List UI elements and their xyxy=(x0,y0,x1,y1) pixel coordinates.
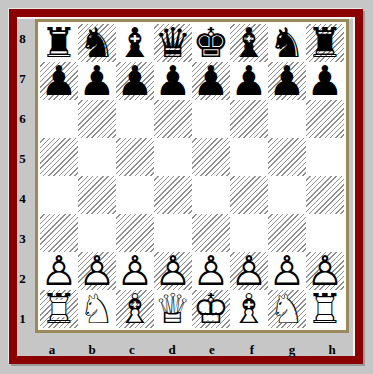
square-f4[interactable] xyxy=(230,176,268,214)
rank-labels: 87654321 xyxy=(13,19,32,339)
square-a6[interactable] xyxy=(40,100,78,138)
file-label-d: d xyxy=(152,341,192,359)
file-label-h: h xyxy=(312,341,352,359)
piece-black-pawn[interactable]: ♟ xyxy=(117,62,154,100)
file-label-g: g xyxy=(272,341,312,359)
square-f7[interactable]: ♟ xyxy=(230,62,268,100)
rank-label-7: 7 xyxy=(13,59,32,99)
square-f6[interactable] xyxy=(230,100,268,138)
square-e1[interactable]: ♚♔ xyxy=(192,290,230,328)
square-a1[interactable]: ♜♖ xyxy=(40,290,78,328)
piece-white-outline: ♕ xyxy=(155,285,192,333)
square-h7[interactable]: ♟ xyxy=(306,62,344,100)
piece-black-pawn[interactable]: ♟ xyxy=(231,62,268,100)
board-border: ♜♞♝♛♚♝♞♜♟♟♟♟♟♟♟♟♟♙♟♙♟♙♟♙♟♙♟♙♟♙♟♙♜♖♞♘♝♗♛♕… xyxy=(35,19,349,333)
piece-white-queen[interactable]: ♛♕ xyxy=(155,290,192,328)
chess-board[interactable]: ♜♞♝♛♚♝♞♜♟♟♟♟♟♟♟♟♟♙♟♙♟♙♟♙♟♙♟♙♟♙♟♙♜♖♞♘♝♗♛♕… xyxy=(40,24,344,328)
square-g5[interactable] xyxy=(268,138,306,176)
square-c1[interactable]: ♝♗ xyxy=(116,290,154,328)
piece-white-king[interactable]: ♚♔ xyxy=(193,290,230,328)
square-h5[interactable] xyxy=(306,138,344,176)
square-g7[interactable]: ♟ xyxy=(268,62,306,100)
file-label-e: e xyxy=(192,341,232,359)
square-d1[interactable]: ♛♕ xyxy=(154,290,192,328)
square-d7[interactable]: ♟ xyxy=(154,62,192,100)
square-a4[interactable] xyxy=(40,176,78,214)
square-a7[interactable]: ♟ xyxy=(40,62,78,100)
piece-white-rook[interactable]: ♜♖ xyxy=(41,290,78,328)
square-e4[interactable] xyxy=(192,176,230,214)
square-c7[interactable]: ♟ xyxy=(116,62,154,100)
rank-label-1: 1 xyxy=(13,299,32,339)
chess-app-window: 87654321 ♜♞♝♛♚♝♞♜♟♟♟♟♟♟♟♟♟♙♟♙♟♙♟♙♟♙♟♙♟♙♟… xyxy=(0,0,373,374)
square-b6[interactable] xyxy=(78,100,116,138)
square-a5[interactable] xyxy=(40,138,78,176)
rank-label-4: 4 xyxy=(13,179,32,219)
piece-white-outline: ♖ xyxy=(41,285,78,333)
file-label-c: c xyxy=(112,341,152,359)
rank-label-8: 8 xyxy=(13,19,32,59)
file-labels: abcdefgh xyxy=(32,341,352,359)
piece-white-rook[interactable]: ♜♖ xyxy=(307,290,344,328)
square-b1[interactable]: ♞♘ xyxy=(78,290,116,328)
square-g1[interactable]: ♞♘ xyxy=(268,290,306,328)
piece-white-outline: ♘ xyxy=(269,285,306,333)
square-b5[interactable] xyxy=(78,138,116,176)
piece-white-knight[interactable]: ♞♘ xyxy=(79,290,116,328)
piece-black-pawn[interactable]: ♟ xyxy=(193,62,230,100)
piece-white-bishop[interactable]: ♝♗ xyxy=(117,290,154,328)
file-label-b: b xyxy=(72,341,112,359)
rank-label-2: 2 xyxy=(13,259,32,299)
square-h6[interactable] xyxy=(306,100,344,138)
piece-white-outline: ♔ xyxy=(193,285,230,333)
piece-black-pawn[interactable]: ♟ xyxy=(269,62,306,100)
square-g6[interactable] xyxy=(268,100,306,138)
piece-black-pawn[interactable]: ♟ xyxy=(307,62,344,100)
rank-label-5: 5 xyxy=(13,139,32,179)
square-g4[interactable] xyxy=(268,176,306,214)
square-d5[interactable] xyxy=(154,138,192,176)
file-label-f: f xyxy=(232,341,272,359)
square-f1[interactable]: ♝♗ xyxy=(230,290,268,328)
rank-label-3: 3 xyxy=(13,219,32,259)
square-c5[interactable] xyxy=(116,138,154,176)
square-b7[interactable]: ♟ xyxy=(78,62,116,100)
piece-white-bishop[interactable]: ♝♗ xyxy=(231,290,268,328)
square-c6[interactable] xyxy=(116,100,154,138)
piece-black-pawn[interactable]: ♟ xyxy=(155,62,192,100)
square-d4[interactable] xyxy=(154,176,192,214)
piece-white-outline: ♗ xyxy=(117,285,154,333)
piece-white-outline: ♖ xyxy=(307,285,344,333)
file-label-a: a xyxy=(32,341,72,359)
square-h4[interactable] xyxy=(306,176,344,214)
rank-label-6: 6 xyxy=(13,99,32,139)
square-e6[interactable] xyxy=(192,100,230,138)
square-h1[interactable]: ♜♖ xyxy=(306,290,344,328)
square-e5[interactable] xyxy=(192,138,230,176)
square-e7[interactable]: ♟ xyxy=(192,62,230,100)
square-b4[interactable] xyxy=(78,176,116,214)
piece-white-knight[interactable]: ♞♘ xyxy=(269,290,306,328)
piece-white-outline: ♗ xyxy=(231,285,268,333)
piece-black-pawn[interactable]: ♟ xyxy=(79,62,116,100)
square-c4[interactable] xyxy=(116,176,154,214)
piece-black-pawn[interactable]: ♟ xyxy=(41,62,78,100)
square-d6[interactable] xyxy=(154,100,192,138)
piece-white-outline: ♘ xyxy=(79,285,116,333)
square-f5[interactable] xyxy=(230,138,268,176)
